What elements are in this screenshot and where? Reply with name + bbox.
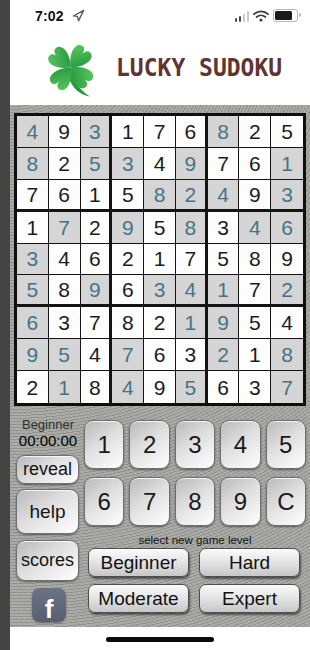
cell-r4c3[interactable]: 2 [81,212,113,244]
cell-r2c8[interactable]: 6 [239,148,271,180]
cell-r3c8[interactable]: 9 [239,180,271,212]
status-bar: 7:02 [10,0,310,30]
cell-r4c5[interactable]: 5 [144,212,176,244]
cell-r4c9[interactable]: 6 [271,212,303,244]
top-white-band: 7:02 [10,0,310,105]
cell-r9c5[interactable]: 9 [144,371,176,403]
key-1[interactable]: 1 [84,420,124,469]
cell-r9c3[interactable]: 8 [81,371,113,403]
current-level-label: Beginner [10,417,86,432]
cell-r6c6[interactable]: 4 [176,275,208,307]
cell-r1c1[interactable]: 4 [17,116,49,148]
cell-r2c4[interactable]: 3 [112,148,144,180]
cell-r6c8[interactable]: 7 [239,275,271,307]
cell-r1c9[interactable]: 5 [271,116,303,148]
number-keypad: 1 2 3 4 5 6 7 8 9 C [84,420,306,526]
cell-r5c3[interactable]: 6 [81,244,113,276]
cell-r1c2[interactable]: 9 [49,116,81,148]
cell-r5c8[interactable]: 8 [239,244,271,276]
cell-r8c6[interactable]: 3 [176,339,208,371]
cell-r2c5[interactable]: 4 [144,148,176,180]
cell-r9c7[interactable]: 6 [208,371,240,403]
cell-r7c8[interactable]: 5 [239,307,271,339]
cell-r8c3[interactable]: 4 [81,339,113,371]
cell-r6c5[interactable]: 3 [144,275,176,307]
key-8[interactable]: 8 [175,477,215,526]
key-9[interactable]: 9 [220,477,260,526]
cell-r1c6[interactable]: 6 [176,116,208,148]
level-beginner-button[interactable]: Beginner [88,548,189,577]
cell-r9c2[interactable]: 1 [49,371,81,403]
cell-r2c2[interactable]: 2 [49,148,81,180]
cell-r5c4[interactable]: 2 [112,244,144,276]
cell-r7c1[interactable]: 6 [17,307,49,339]
cell-r7c6[interactable]: 1 [176,307,208,339]
reveal-button[interactable]: reveal [16,455,79,484]
cell-r4c8[interactable]: 4 [239,212,271,244]
cell-r1c4[interactable]: 1 [112,116,144,148]
cell-r7c4[interactable]: 8 [112,307,144,339]
key-5[interactable]: 5 [266,420,306,469]
wifi-icon [253,10,269,22]
cell-r4c4[interactable]: 9 [112,212,144,244]
cell-r4c6[interactable]: 8 [176,212,208,244]
cell-r8c1[interactable]: 9 [17,339,49,371]
cell-r1c7[interactable]: 8 [208,116,240,148]
cell-r2c1[interactable]: 8 [17,148,49,180]
key-4[interactable]: 4 [220,420,260,469]
cell-r8c2[interactable]: 5 [49,339,81,371]
sudoku-board: 4931768258253497617615824931729583463462… [17,116,303,403]
cell-r5c7[interactable]: 5 [208,244,240,276]
cell-signal-icon [235,11,250,22]
cell-r5c5[interactable]: 1 [144,244,176,276]
clover-logo-icon [34,30,114,110]
cell-r2c7[interactable]: 7 [208,148,240,180]
app-title: LUCKY SUDOKU [116,53,304,81]
cell-r6c4[interactable]: 6 [112,275,144,307]
cell-r3c4[interactable]: 5 [112,180,144,212]
level-buttons: Beginner Hard Moderate Expert [88,548,300,613]
clock-time: 7:02 [35,8,64,24]
cell-r6c1[interactable]: 5 [17,275,49,307]
cell-r2c3[interactable]: 5 [81,148,113,180]
sudoku-board-frame: 4931768258253497617615824931729583463462… [14,113,306,406]
cell-r7c9[interactable]: 4 [271,307,303,339]
cell-r3c2[interactable]: 6 [49,180,81,212]
cell-r1c3[interactable]: 3 [81,116,113,148]
level-hard-button[interactable]: Hard [199,548,300,577]
cell-r9c8[interactable]: 3 [239,371,271,403]
cell-r5c9[interactable]: 9 [271,244,303,276]
footer-band [10,627,310,650]
key-6[interactable]: 6 [84,477,124,526]
cell-r1c5[interactable]: 7 [144,116,176,148]
cell-r6c3[interactable]: 9 [81,275,113,307]
cell-r3c3[interactable]: 1 [81,180,113,212]
cell-r7c2[interactable]: 3 [49,307,81,339]
help-button[interactable]: help [16,489,79,534]
key-7[interactable]: 7 [129,477,169,526]
cell-r5c6[interactable]: 7 [176,244,208,276]
home-indicator[interactable] [106,637,214,642]
cell-r7c3[interactable]: 7 [81,307,113,339]
cell-r8c8[interactable]: 1 [239,339,271,371]
app-screen: 7:02 [10,0,310,650]
cell-r4c2[interactable]: 7 [49,212,81,244]
status-icons [235,9,299,22]
cell-r3c1[interactable]: 7 [17,180,49,212]
cell-r6c2[interactable]: 8 [49,275,81,307]
cell-r3c7[interactable]: 4 [208,180,240,212]
cell-r2c6[interactable]: 9 [176,148,208,180]
cell-r6c7[interactable]: 1 [208,275,240,307]
key-clear[interactable]: C [266,477,306,526]
level-moderate-button[interactable]: Moderate [88,584,189,613]
cell-r9c4[interactable]: 4 [112,371,144,403]
cell-r8c5[interactable]: 6 [144,339,176,371]
cell-r6c9[interactable]: 2 [271,275,303,307]
cell-r8c4[interactable]: 7 [112,339,144,371]
cell-r3c6[interactable]: 2 [176,180,208,212]
game-timer: 00:00:00 [10,432,86,449]
battery-icon [273,9,298,23]
new-game-label: select new game level [84,534,306,546]
cell-r1c8[interactable]: 2 [239,116,271,148]
cell-r5c1[interactable]: 3 [17,244,49,276]
cell-r7c5[interactable]: 2 [144,307,176,339]
cell-r3c5[interactable]: 8 [144,180,176,212]
cell-r9c9[interactable]: 7 [271,371,303,403]
cell-r2c9[interactable]: 1 [271,148,303,180]
cell-r8c9[interactable]: 8 [271,339,303,371]
key-3[interactable]: 3 [175,420,215,469]
cell-r7c7[interactable]: 9 [208,307,240,339]
scores-button[interactable]: scores [16,540,79,581]
cell-r3c9[interactable]: 3 [271,180,303,212]
key-2[interactable]: 2 [129,420,169,469]
cell-r9c6[interactable]: 5 [176,371,208,403]
location-arrow-icon [72,9,85,22]
level-expert-button[interactable]: Expert [199,584,300,613]
app-header: LUCKY SUDOKU [10,30,310,105]
cell-r4c1[interactable]: 1 [17,212,49,244]
cell-r4c7[interactable]: 3 [208,212,240,244]
cell-r9c1[interactable]: 2 [17,371,49,403]
cell-r5c2[interactable]: 4 [49,244,81,276]
cell-r8c7[interactable]: 2 [208,339,240,371]
facebook-button[interactable]: f [32,588,66,622]
